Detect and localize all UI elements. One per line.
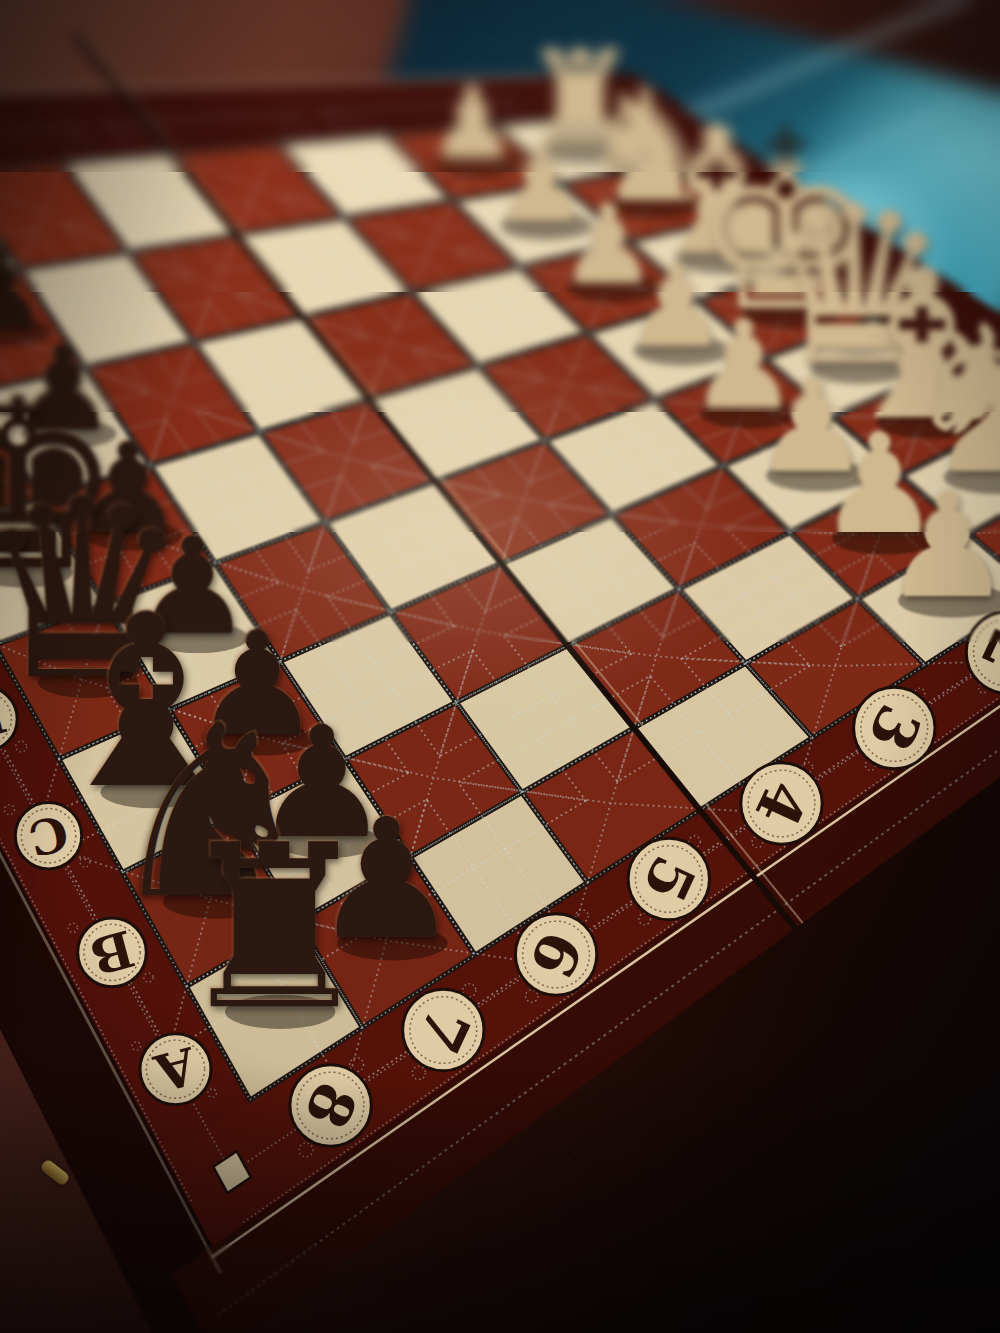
pieces-layer: ♜♞♝♛♚♝♞♜♟♟♟♟♟♟♟♟♟♟♟♟♟♟♟♟♜♞♝♛♚+♝♞♜	[0, 0, 1000, 1333]
scene: 8 7 6 5 4 3 2 1 A B C D E	[0, 0, 1000, 1333]
piece-white-pawn-a2[interactable]: ♟	[882, 472, 1000, 618]
piece-black-rook-a8[interactable]: ♜	[173, 814, 376, 1040]
